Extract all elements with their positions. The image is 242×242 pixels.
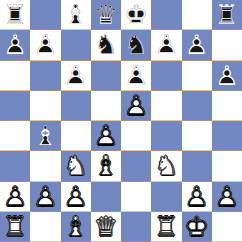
piece-white-king[interactable]: ♚♔ bbox=[182, 212, 212, 242]
piece-glyph-detail: ♗ bbox=[61, 0, 91, 30]
square-g5[interactable] bbox=[182, 91, 212, 121]
piece-glyph-detail: ♗ bbox=[30, 121, 60, 151]
square-f8[interactable] bbox=[151, 0, 181, 30]
piece-glyph-fill: ♚ bbox=[121, 0, 151, 30]
square-c6[interactable]: ♟♙ bbox=[61, 61, 91, 91]
square-c8[interactable]: ♝♗ bbox=[61, 0, 91, 30]
piece-black-pawn[interactable]: ♟♙ bbox=[61, 61, 91, 91]
piece-glyph-fill: ♟ bbox=[91, 121, 121, 151]
square-h6[interactable]: ♟♙ bbox=[212, 61, 242, 91]
square-g7[interactable]: ♟♙ bbox=[182, 30, 212, 60]
piece-glyph-fill: ♝ bbox=[61, 0, 91, 30]
piece-glyph-fill: ♝ bbox=[91, 151, 121, 181]
square-h1[interactable] bbox=[212, 212, 242, 242]
piece-glyph-fill: ♞ bbox=[61, 151, 91, 181]
piece-glyph-detail: ♖ bbox=[151, 212, 181, 242]
piece-glyph-detail: ♙ bbox=[0, 182, 30, 212]
piece-glyph-detail: ♙ bbox=[91, 121, 121, 151]
piece-glyph-detail: ♙ bbox=[182, 182, 212, 212]
piece-glyph-detail: ♙ bbox=[30, 30, 60, 60]
piece-glyph-fill: ♛ bbox=[91, 212, 121, 242]
square-h5[interactable] bbox=[212, 91, 242, 121]
square-f7[interactable]: ♟♙ bbox=[151, 30, 181, 60]
square-e6[interactable]: ♟♙ bbox=[121, 61, 151, 91]
square-h2[interactable]: ♟♙ bbox=[212, 182, 242, 212]
square-e3[interactable] bbox=[121, 151, 151, 181]
piece-glyph-detail: ♙ bbox=[61, 182, 91, 212]
piece-white-rook[interactable]: ♜♖ bbox=[151, 212, 181, 242]
square-f4[interactable] bbox=[151, 121, 181, 151]
piece-glyph-fill: ♟ bbox=[61, 61, 91, 91]
piece-glyph-fill: ♟ bbox=[0, 30, 30, 60]
piece-black-rook[interactable]: ♜♖ bbox=[212, 0, 242, 30]
piece-black-pawn[interactable]: ♟♙ bbox=[151, 30, 181, 60]
piece-glyph-detail: ♙ bbox=[121, 91, 151, 121]
square-b5[interactable] bbox=[30, 91, 60, 121]
square-b7[interactable]: ♟♙ bbox=[30, 30, 60, 60]
square-d6[interactable] bbox=[91, 61, 121, 91]
piece-glyph-fill: ♛ bbox=[91, 0, 121, 30]
square-b3[interactable] bbox=[30, 151, 60, 181]
piece-glyph-detail: ♙ bbox=[212, 61, 242, 91]
piece-glyph-detail: ♖ bbox=[212, 0, 242, 30]
piece-glyph-fill: ♟ bbox=[121, 91, 151, 121]
piece-glyph-detail: ♕ bbox=[91, 0, 121, 30]
piece-white-pawn[interactable]: ♟♙ bbox=[30, 182, 60, 212]
piece-black-pawn[interactable]: ♟♙ bbox=[212, 61, 242, 91]
square-e7[interactable]: ♞♘ bbox=[121, 30, 151, 60]
piece-white-bishop[interactable]: ♝♗ bbox=[91, 151, 121, 181]
square-c7[interactable] bbox=[61, 30, 91, 60]
piece-white-pawn[interactable]: ♟♙ bbox=[212, 182, 242, 212]
piece-black-pawn[interactable]: ♟♙ bbox=[0, 30, 30, 60]
piece-glyph-fill: ♚ bbox=[182, 212, 212, 242]
square-h3[interactable] bbox=[212, 151, 242, 181]
piece-black-pawn[interactable]: ♟♙ bbox=[182, 30, 212, 60]
piece-glyph-detail: ♖ bbox=[0, 212, 30, 242]
square-c2[interactable]: ♟♙ bbox=[61, 182, 91, 212]
piece-white-bishop[interactable]: ♝♗ bbox=[61, 212, 91, 242]
square-h7[interactable] bbox=[212, 30, 242, 60]
piece-glyph-detail: ♙ bbox=[30, 182, 60, 212]
square-g2[interactable]: ♟♙ bbox=[182, 182, 212, 212]
square-a2[interactable]: ♟♙ bbox=[0, 182, 30, 212]
square-b1[interactable] bbox=[30, 212, 60, 242]
piece-black-bishop[interactable]: ♝♗ bbox=[61, 0, 91, 30]
piece-glyph-detail: ♗ bbox=[91, 151, 121, 181]
square-a5[interactable] bbox=[0, 91, 30, 121]
square-d5[interactable] bbox=[91, 91, 121, 121]
piece-glyph-fill: ♟ bbox=[121, 61, 151, 91]
square-a4[interactable] bbox=[0, 121, 30, 151]
square-c1[interactable]: ♝♗ bbox=[61, 212, 91, 242]
piece-glyph-detail: ♖ bbox=[0, 0, 30, 30]
piece-white-knight[interactable]: ♞♘ bbox=[151, 151, 181, 181]
piece-glyph-fill: ♞ bbox=[151, 151, 181, 181]
piece-white-pawn[interactable]: ♟♙ bbox=[0, 182, 30, 212]
piece-black-queen[interactable]: ♛♕ bbox=[91, 0, 121, 30]
square-b8[interactable] bbox=[30, 0, 60, 30]
piece-white-pawn[interactable]: ♟♙ bbox=[91, 121, 121, 151]
piece-white-rook[interactable]: ♜♖ bbox=[0, 212, 30, 242]
square-g4[interactable] bbox=[182, 121, 212, 151]
square-d8[interactable]: ♛♕ bbox=[91, 0, 121, 30]
piece-glyph-fill: ♝ bbox=[61, 212, 91, 242]
piece-glyph-detail: ♙ bbox=[182, 30, 212, 60]
square-g8[interactable] bbox=[182, 0, 212, 30]
square-e4[interactable] bbox=[121, 121, 151, 151]
square-g1[interactable]: ♚♔ bbox=[182, 212, 212, 242]
piece-black-pawn[interactable]: ♟♙ bbox=[30, 30, 60, 60]
square-h8[interactable]: ♜♖ bbox=[212, 0, 242, 30]
square-d3[interactable]: ♝♗ bbox=[91, 151, 121, 181]
piece-glyph-detail: ♘ bbox=[121, 30, 151, 60]
square-h4[interactable] bbox=[212, 121, 242, 151]
piece-glyph-detail: ♔ bbox=[121, 0, 151, 30]
piece-glyph-fill: ♝ bbox=[30, 121, 60, 151]
piece-black-pawn[interactable]: ♟♙ bbox=[121, 61, 151, 91]
piece-glyph-fill: ♜ bbox=[0, 0, 30, 30]
square-e1[interactable] bbox=[121, 212, 151, 242]
piece-black-rook[interactable]: ♜♖ bbox=[0, 0, 30, 30]
piece-glyph-fill: ♜ bbox=[151, 212, 181, 242]
square-e5[interactable]: ♟♙ bbox=[121, 91, 151, 121]
square-a3[interactable] bbox=[0, 151, 30, 181]
piece-glyph-fill: ♟ bbox=[30, 30, 60, 60]
piece-glyph-fill: ♜ bbox=[212, 0, 242, 30]
piece-glyph-detail: ♙ bbox=[151, 30, 181, 60]
square-c5[interactable] bbox=[61, 91, 91, 121]
square-c3[interactable]: ♞♘ bbox=[61, 151, 91, 181]
square-d1[interactable]: ♛♕ bbox=[91, 212, 121, 242]
piece-glyph-fill: ♞ bbox=[121, 30, 151, 60]
square-f1[interactable]: ♜♖ bbox=[151, 212, 181, 242]
square-a7[interactable]: ♟♙ bbox=[0, 30, 30, 60]
piece-glyph-detail: ♘ bbox=[151, 151, 181, 181]
square-b2[interactable]: ♟♙ bbox=[30, 182, 60, 212]
square-d4[interactable]: ♟♙ bbox=[91, 121, 121, 151]
piece-white-knight[interactable]: ♞♘ bbox=[61, 151, 91, 181]
piece-white-pawn[interactable]: ♟♙ bbox=[121, 91, 151, 121]
piece-glyph-fill: ♟ bbox=[61, 182, 91, 212]
chess-board: ♜♖♝♗♛♕♚♔♜♖♟♙♟♙♞♘♞♘♟♙♟♙♟♙♟♙♟♙♟♙♝♗♟♙♞♘♝♗♞♘… bbox=[0, 0, 242, 242]
square-a1[interactable]: ♜♖ bbox=[0, 212, 30, 242]
square-a8[interactable]: ♜♖ bbox=[0, 0, 30, 30]
piece-glyph-fill: ♟ bbox=[30, 182, 60, 212]
piece-glyph-detail: ♙ bbox=[212, 182, 242, 212]
piece-glyph-detail: ♔ bbox=[182, 212, 212, 242]
piece-glyph-detail: ♗ bbox=[61, 212, 91, 242]
square-e8[interactable]: ♚♔ bbox=[121, 0, 151, 30]
square-b4[interactable]: ♝♗ bbox=[30, 121, 60, 151]
piece-glyph-detail: ♙ bbox=[121, 61, 151, 91]
piece-glyph-fill: ♟ bbox=[0, 182, 30, 212]
chess-app: ♜♖♝♗♛♕♚♔♜♖♟♙♟♙♞♘♞♘♟♙♟♙♟♙♟♙♟♙♟♙♝♗♟♙♞♘♝♗♞♘… bbox=[0, 0, 242, 242]
piece-white-pawn[interactable]: ♟♙ bbox=[182, 182, 212, 212]
piece-glyph-fill: ♟ bbox=[151, 30, 181, 60]
square-d2[interactable] bbox=[91, 182, 121, 212]
square-b6[interactable] bbox=[30, 61, 60, 91]
piece-glyph-detail: ♙ bbox=[0, 30, 30, 60]
square-f5[interactable] bbox=[151, 91, 181, 121]
piece-black-king[interactable]: ♚♔ bbox=[121, 0, 151, 30]
square-g3[interactable] bbox=[182, 151, 212, 181]
piece-black-knight[interactable]: ♞♘ bbox=[121, 30, 151, 60]
square-e2[interactable] bbox=[121, 182, 151, 212]
piece-white-pawn[interactable]: ♟♙ bbox=[61, 182, 91, 212]
piece-glyph-fill: ♞ bbox=[91, 30, 121, 60]
piece-glyph-fill: ♟ bbox=[212, 61, 242, 91]
piece-black-bishop[interactable]: ♝♗ bbox=[30, 121, 60, 151]
square-c4[interactable] bbox=[61, 121, 91, 151]
square-d7[interactable]: ♞♘ bbox=[91, 30, 121, 60]
square-f3[interactable]: ♞♘ bbox=[151, 151, 181, 181]
piece-glyph-fill: ♜ bbox=[0, 212, 30, 242]
piece-glyph-fill: ♟ bbox=[212, 182, 242, 212]
piece-black-knight[interactable]: ♞♘ bbox=[91, 30, 121, 60]
square-a6[interactable] bbox=[0, 61, 30, 91]
piece-glyph-fill: ♟ bbox=[182, 30, 212, 60]
piece-glyph-detail: ♙ bbox=[61, 61, 91, 91]
piece-glyph-detail: ♘ bbox=[91, 30, 121, 60]
square-f2[interactable] bbox=[151, 182, 181, 212]
piece-white-queen[interactable]: ♛♕ bbox=[91, 212, 121, 242]
piece-glyph-detail: ♘ bbox=[61, 151, 91, 181]
square-f6[interactable] bbox=[151, 61, 181, 91]
square-g6[interactable] bbox=[182, 61, 212, 91]
piece-glyph-fill: ♟ bbox=[182, 182, 212, 212]
piece-glyph-detail: ♕ bbox=[91, 212, 121, 242]
